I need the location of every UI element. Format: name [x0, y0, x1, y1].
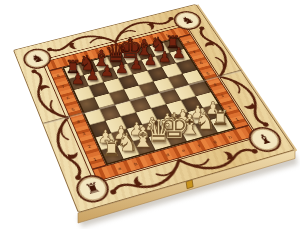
piece-white-rook-a1[interactable]: ♜ — [100, 138, 122, 160]
piece-black-pawn-d7[interactable]: ♟ — [114, 61, 129, 76]
chess-set-photo: abcdefgh abcdefgh 87654321 87654321 ♞ ♞ … — [0, 0, 300, 229]
pieces-layer: ♜♞♝♛♚♝♞♜♟♟♟♟♟♟♟♟♟♟♟♟♟♟♟♟♜♞♝♛♚♝♞♜ — [0, 0, 300, 229]
piece-black-pawn-b7[interactable]: ♟ — [85, 68, 100, 83]
piece-black-pawn-c7[interactable]: ♟ — [100, 64, 115, 79]
piece-black-pawn-g7[interactable]: ♟ — [157, 50, 172, 65]
piece-black-pawn-e7[interactable]: ♟ — [129, 57, 144, 72]
piece-black-pawn-f7[interactable]: ♟ — [143, 53, 158, 68]
piece-black-pawn-a7[interactable]: ♟ — [70, 72, 85, 88]
piece-black-pawn-h7[interactable]: ♟ — [172, 46, 187, 61]
